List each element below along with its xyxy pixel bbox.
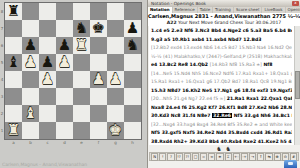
variation-text[interactable]: [14.Rb3 Nf8 15.Ra3 ±]: [210, 62, 264, 67]
notation-line-14[interactable]: 38.Rxd4 Rh2+ 39.Kd3 Bb4 40.Rxb4 Rxe2 41.…: [151, 138, 292, 146]
white-p-piece: ♟: [92, 71, 105, 88]
square-e2[interactable]: [73, 105, 90, 122]
black-p-piece: ♟: [126, 20, 139, 37]
square-d1[interactable]: [56, 122, 73, 139]
notation-line-11[interactable]: 30.Kd3 Nc8 31.f4 N8e7 32.Re6 Nf5 33.g4 N…: [151, 112, 292, 121]
mainline-text[interactable]: e4 13.Bc2 Re8 14.Qb2: [151, 62, 210, 67]
square-b7[interactable]: [22, 20, 39, 37]
file-label-d: d: [56, 140, 73, 145]
annotation-button-±[interactable]: ±: [216, 153, 223, 161]
white-p-piece: ♟: [41, 71, 54, 88]
square-c7[interactable]: [39, 20, 56, 37]
close-icon[interactable]: x: [292, 1, 299, 6]
white-p-piece: ♟: [24, 54, 37, 71]
scrollbar[interactable]: [294, 26, 300, 145]
mainline-text[interactable]: 30.Kd3 Nc8 31.f4 N8e7: [151, 113, 212, 118]
mainline-text[interactable]: 38.Rxd4 Rh2+ 39.Kd3 Bb4 40.Rxb4 Rxe2 41.…: [151, 139, 292, 144]
square-d4[interactable]: [56, 71, 73, 88]
square-g8[interactable]: [107, 3, 124, 20]
square-f3[interactable]: [90, 88, 107, 105]
annotation-button-⇆[interactable]: ⇆: [265, 153, 272, 161]
annotation-button-=[interactable]: =: [200, 153, 207, 161]
app-window: 87654321 ♜♞♚♟♟♟♜♞♝♟♟♟♟♟♟♝♜♚ abcdefgh Car…: [0, 0, 300, 168]
variation-text[interactable]: [20...Nh5 21.g4 Ng7 22.e4 f5 ∞]: [151, 96, 227, 101]
square-c5[interactable]: ♟: [39, 54, 56, 71]
square-a3[interactable]: [5, 88, 22, 105]
annotation-button-N[interactable]: N: [151, 153, 158, 161]
square-c6[interactable]: [39, 37, 56, 54]
white-k-piece: ♚: [109, 122, 122, 139]
annotation-button-?![interactable]: ?!: [184, 153, 191, 161]
notation-line-1[interactable]: 1.c4 e5 2.e3 Nf6 3.Nc3 Bb4 4.Nge2 c6 5.a…: [151, 27, 292, 36]
variation-text[interactable]: ½-½ (41) Malakhatko,V (2447)-Gelfand,P (…: [151, 54, 292, 59]
players-line: Carlsen,Magnus 2831 - Anand,Viswanathan …: [148, 13, 300, 20]
notation-line-6[interactable]: [14...Ne5 15.Nd4 Nh5 16.Nce2 Ndf6 17.Ra1…: [151, 70, 292, 79]
mainline-text[interactable]: 9.g3 a5 10.Rb1 axb4 11.axb4 Nbd7 12.Bd3: [151, 37, 261, 42]
annotation-button--+[interactable]: -+: [241, 153, 248, 161]
square-d7[interactable]: [56, 20, 73, 37]
event-line: A22 Your Next Move Grand Chess Tour 30.0…: [148, 20, 300, 25]
square-a8[interactable]: ♜: [5, 3, 22, 20]
event-name: Your Next Move Grand Chess Tour 30.06.20…: [178, 20, 281, 25]
file-label-b: b: [22, 140, 39, 145]
square-g2[interactable]: [107, 105, 124, 122]
notation-line-2[interactable]: 9.g3 a5 10.Rb1 axb4 11.axb4 Nbd7 12.Bd3: [151, 36, 292, 45]
square-f2[interactable]: [90, 105, 107, 122]
white-p-piece: ♟: [58, 54, 71, 71]
black-b-piece: ♝: [7, 54, 20, 71]
square-h8[interactable]: [124, 3, 141, 20]
square-g3[interactable]: [107, 88, 124, 105]
square-d6[interactable]: ♟: [56, 37, 73, 54]
square-a2[interactable]: [5, 105, 22, 122]
file-labels: abcdefgh: [5, 140, 141, 145]
annotation-button-![interactable]: !: [159, 153, 166, 161]
square-d8[interactable]: [56, 3, 73, 20]
square-d3[interactable]: [56, 88, 73, 105]
mainline-text[interactable]: Nxa8 24.e4 f6 25.Kg2 Kf7 26.Kf1 Bd8 27.K…: [151, 105, 292, 110]
annotation-button-!?[interactable]: !?: [176, 153, 183, 161]
square-e8[interactable]: [73, 3, 90, 20]
white-b-piece: ♝: [24, 105, 37, 122]
square-e3[interactable]: [73, 88, 90, 105]
square-a4[interactable]: [5, 71, 22, 88]
square-c4[interactable]: ♟: [39, 71, 56, 88]
notation-line-7[interactable]: 15.Ra1 Rxa1+ 16.Qxa1 g6 17.Qb2 Bd7 18.Ra…: [151, 78, 292, 87]
black-n-piece: ♞: [126, 37, 139, 54]
square-c1[interactable]: [39, 122, 56, 139]
mainline-text[interactable]: Nf5 33.gxf5 Nxf5 34.Re2 Nd4 35.Bxd4 cxd4…: [151, 130, 292, 135]
notation-line-13[interactable]: Nf5 33.gxf5 Nxf5 34.Re2 Nd4 35.Bxd4 cxd4…: [151, 129, 292, 138]
square-c2[interactable]: [39, 105, 56, 122]
square-a6[interactable]: [5, 37, 22, 54]
square-f1[interactable]: [90, 122, 107, 139]
notation-line-5[interactable]: e4 13.Bc2 Re8 14.Qb2 [14.Rb3 Nf8 15.Ra3 …: [151, 61, 292, 70]
annotation-toolbar: N!?!??!□=∞±∓+--+→↑⇆⊕⊙#: [149, 152, 299, 161]
square-e6[interactable]: ♜: [73, 37, 90, 54]
square-h5[interactable]: [124, 54, 141, 71]
square-e7[interactable]: ♞: [73, 20, 90, 37]
notation-line-10[interactable]: Nxa8 24.e4 f6 25.Kg2 Kf7 26.Kf1 Bd8 27.K…: [151, 104, 292, 113]
chess-board[interactable]: ♜♞♚♟♟♟♜♞♝♟♟♟♟♟♟♝♜♚: [4, 2, 142, 140]
white-r-piece: ♜: [7, 122, 20, 139]
annotation-button-□[interactable]: □: [192, 153, 199, 161]
panel-title: Notation - Openings Book: [151, 1, 206, 6]
notation-line-8[interactable]: 15.h3 N8d7 16.Kh2 Ne5 17.Ng1 g6 18.f4 ex…: [151, 87, 292, 96]
file-label-g: g: [107, 140, 124, 145]
square-e5[interactable]: [73, 54, 90, 71]
mainline-text[interactable]: 1.c4 e5 2.e3 Nf6 3.Nc3 Bb4 4.Nge2 c6 5.a…: [151, 28, 292, 33]
notation-line-9[interactable]: [20...Nh5 21.g4 Ng7 22.e4 f5 ∞] 21.Ra1 R…: [151, 95, 292, 104]
game-header: Carlsen,Magnus 2831 - Anand,Viswanathan …: [148, 13, 300, 26]
move-list[interactable]: 1.c4 e5 2.e3 Nf6 3.Nc3 Bb4 4.Nge2 c6 5.a…: [149, 26, 294, 145]
square-g6[interactable]: [107, 37, 124, 54]
square-h3[interactable]: [124, 88, 141, 105]
black-p-piece: ♟: [41, 54, 54, 71]
square-b2[interactable]: ♝: [22, 105, 39, 122]
notation-line-3[interactable]: [12.Bb2 exd4 13.exd4 Nb6 14.c5 Bd7 15.Nb…: [151, 44, 292, 53]
file-label-c: c: [39, 140, 56, 145]
square-h2[interactable]: [124, 105, 141, 122]
square-h4[interactable]: [124, 71, 141, 88]
square-d2[interactable]: [56, 105, 73, 122]
current-move[interactable]: 32.Re6: [212, 113, 232, 118]
square-e1[interactable]: [73, 122, 90, 139]
annotation-button-→[interactable]: →: [249, 153, 256, 161]
white-r-piece: ♜: [75, 37, 88, 54]
mainline-text[interactable]: 21.Ra1 Rxa1 22.Qxa1 Qa8 23.Qxa8: [227, 96, 292, 101]
square-b5[interactable]: ♟: [22, 54, 39, 71]
file-label-f: f: [90, 140, 107, 145]
square-h1[interactable]: [124, 122, 141, 139]
black-r-piece: ♜: [7, 3, 20, 20]
annotation-button-∓[interactable]: ∓: [225, 153, 232, 161]
variation-text[interactable]: [12.Bb2 exd4 13.exd4 Nb6 14.c5 Bd7 15.Nb…: [151, 45, 292, 50]
square-b8[interactable]: [22, 3, 39, 20]
square-f8[interactable]: [90, 3, 107, 20]
square-b4[interactable]: [22, 71, 39, 88]
square-a5[interactable]: ♝: [5, 54, 22, 71]
notation-line-12[interactable]: [32...Nxg4 33.hxg4 Bxg4 34.Re4 Bf5 35.Re…: [151, 121, 292, 130]
square-f4[interactable]: ♟: [90, 71, 107, 88]
annotation-button-?[interactable]: ?: [167, 153, 174, 161]
square-d5[interactable]: ♟: [56, 54, 73, 71]
annotation-button-↑[interactable]: ↑: [257, 153, 264, 161]
file-label-h: h: [124, 140, 141, 145]
square-g1[interactable]: ♚: [107, 122, 124, 139]
eco-code: A22: [167, 20, 177, 25]
black-p-piece: ♟: [58, 37, 71, 54]
annotation-button-∞[interactable]: ∞: [208, 153, 215, 161]
square-b6[interactable]: ♟: [22, 37, 39, 54]
square-g4[interactable]: ♟: [107, 71, 124, 88]
variation-text[interactable]: [14...Ne5 15.Nd4 Nh5 16.Nce2 Ndf6 17.Ra1…: [151, 71, 292, 76]
variation-text[interactable]: 15.Ra1 Rxa1+ 16.Qxa1 g6 17.Qb2 Bd7 18.Ra…: [151, 79, 292, 84]
white-p-piece: ♟: [109, 71, 122, 88]
black-n-piece: ♞: [75, 20, 88, 37]
file-label-e: e: [73, 140, 90, 145]
mainline-text[interactable]: Nf8: [263, 62, 272, 67]
square-g7[interactable]: [107, 20, 124, 37]
square-f7[interactable]: ♚: [90, 20, 107, 37]
status-text: Carlsen,Magnus - Anand,Viswanathan: [2, 162, 122, 167]
square-c8[interactable]: [39, 3, 56, 20]
black-k-piece: ♚: [92, 20, 105, 37]
notation-line-4[interactable]: ½-½ (41) Malakhatko,V (2447)-Gelfand,P (…: [151, 53, 292, 62]
square-g5[interactable]: [107, 54, 124, 71]
annotation-button-⊕[interactable]: ⊕: [274, 153, 281, 161]
square-e4[interactable]: [73, 71, 90, 88]
square-a7[interactable]: [5, 20, 22, 37]
file-label-a: a: [5, 140, 22, 145]
square-h6[interactable]: ♞: [124, 37, 141, 54]
notation-panel: Notation - Openings Book x NotationRefer…: [147, 0, 300, 168]
square-h7[interactable]: ♟: [124, 20, 141, 37]
scrollbar-thumb[interactable]: [295, 71, 300, 99]
square-a1[interactable]: ♜: [5, 122, 22, 139]
board-pane: 87654321 ♜♞♚♟♟♟♜♞♝♟♟♟♟♟♟♝♜♚ abcdefgh Car…: [0, 0, 147, 168]
square-c3[interactable]: [39, 88, 56, 105]
mainline-text[interactable]: Nf5 33.g4 Nh6 34.Bc1 Ng8: [232, 113, 292, 118]
square-b1[interactable]: [22, 122, 39, 139]
annotation-button-+-[interactable]: +-: [233, 153, 240, 161]
square-b3[interactable]: [22, 88, 39, 105]
black-p-piece: ♟: [24, 37, 37, 54]
livebook-corner-icon[interactable]: [284, 160, 297, 168]
square-f5[interactable]: [90, 54, 107, 71]
variation-text[interactable]: [32...Nxg4 33.hxg4 Bxg4 34.Re4 Bf5 35.Re…: [151, 122, 292, 127]
mainline-text[interactable]: 15.h3 N8d7 16.Kh2 Ne5 17.Ng1 g6 18.f4 ex…: [151, 88, 292, 93]
square-f6[interactable]: [90, 37, 107, 54]
